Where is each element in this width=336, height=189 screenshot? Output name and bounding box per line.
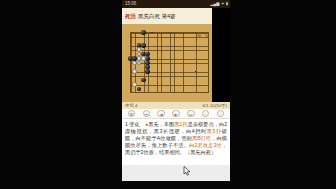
board-right-gutter xyxy=(212,8,230,102)
prev-move-icon[interactable]: ◀ xyxy=(157,110,165,118)
variation-label[interactable]: 变化 4 xyxy=(125,102,137,109)
status-bar: 15:06 ▂▄▆✦▮ xyxy=(122,0,230,8)
board-grid xyxy=(130,32,208,93)
star-point-marker xyxy=(195,71,197,73)
play-icon[interactable]: ▶ xyxy=(172,110,180,118)
commentary-segment: 黑1托 xyxy=(174,121,187,127)
star-point-marker xyxy=(151,32,153,34)
wifi-icon: ✦ xyxy=(221,0,224,8)
app-header: 死活 黑先白死 第4题 xyxy=(122,8,212,24)
black-stone[interactable] xyxy=(145,69,150,74)
playback-toolbar: ☰⏮◀▶⏭☆⋮ xyxy=(122,109,230,119)
signal-icon: ▂▄▆ xyxy=(210,0,219,8)
next-move-icon[interactable]: ⏭ xyxy=(187,110,195,118)
commentary-text: 1 变化 ●黑先，本图黑1托是杀棋要点，白2虚枷抵抗，黑3长强硬，白4挡时黑5扑… xyxy=(122,119,230,165)
commentary-segment: 白2若改走3位 xyxy=(189,142,222,148)
commentary-segment: 1 变化 xyxy=(125,121,145,127)
board-zoom-settings-icons[interactable]: ⊕ ⚙ xyxy=(197,32,210,38)
go-board[interactable]: ⊕ ⚙ xyxy=(122,24,212,102)
move-counter: 4/1-10(50手) xyxy=(202,102,227,109)
mouse-cursor-icon xyxy=(183,166,191,176)
menu-icon[interactable]: ☰ xyxy=(128,110,136,118)
black-stone[interactable] xyxy=(141,78,146,83)
black-stone[interactable] xyxy=(145,56,150,61)
battery-icon: ▮ xyxy=(226,0,228,8)
screenshot-stage: 15:06 ▂▄▆✦▮ 死活 黑先白死 第4题 ⊕ ⚙ 变化 4 4/1-10(… xyxy=(0,0,336,189)
star-point-marker xyxy=(195,32,197,34)
bottom-strip xyxy=(122,165,230,181)
commentary-segment: 黑B打吃 xyxy=(192,135,211,141)
black-stone[interactable] xyxy=(141,30,146,35)
commentary-segment: 黑先，本图 xyxy=(148,121,174,127)
commentary-segment: 黑5扑 xyxy=(207,128,222,134)
problem-type-badge: 死活 xyxy=(125,13,136,20)
first-move-icon[interactable]: ⏮ xyxy=(143,110,151,118)
problem-title: 黑先白死 第4题 xyxy=(138,13,176,20)
status-icons: ▂▄▆✦▮ xyxy=(210,0,228,8)
black-stone[interactable] xyxy=(141,43,146,48)
variation-info-bar: 变化 4 4/1-10(50手) xyxy=(122,102,230,109)
favorite-icon[interactable]: ☆ xyxy=(202,110,210,118)
white-stone[interactable] xyxy=(132,82,137,87)
white-stone[interactable] xyxy=(132,69,137,74)
more-icon[interactable]: ⋮ xyxy=(217,110,225,118)
status-time: 15:06 xyxy=(125,0,136,8)
white-stone[interactable] xyxy=(141,56,146,61)
phone-screen: 15:06 ▂▄▆✦▮ 死活 黑先白死 第4题 ⊕ ⚙ 变化 4 4/1-10(… xyxy=(122,0,230,181)
